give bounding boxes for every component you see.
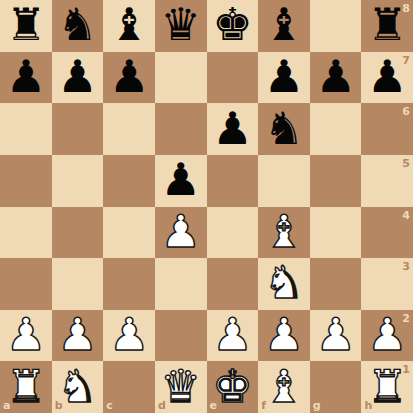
square-g6[interactable]	[310, 103, 362, 155]
piece-black-pawn-c7[interactable]: ♟	[109, 54, 149, 99]
piece-black-pawn-g7[interactable]: ♟	[315, 54, 355, 99]
piece-black-king-e8[interactable]: ♚	[212, 2, 252, 47]
square-h3[interactable]: 3	[361, 258, 413, 310]
square-c7[interactable]: ♟	[103, 52, 155, 104]
rank-label-6: 6	[402, 106, 410, 117]
square-h6[interactable]: 6	[361, 103, 413, 155]
square-b7[interactable]: ♟	[52, 52, 104, 104]
piece-black-pawn-f7[interactable]: ♟	[264, 54, 304, 99]
square-d4[interactable]: ♟	[155, 207, 207, 259]
square-a8[interactable]: ♜	[0, 0, 52, 52]
square-a5[interactable]	[0, 155, 52, 207]
square-d8[interactable]: ♛	[155, 0, 207, 52]
square-b1[interactable]: ♞b	[52, 361, 104, 413]
square-b3[interactable]	[52, 258, 104, 310]
piece-black-pawn-d5[interactable]: ♟	[161, 157, 201, 202]
square-b6[interactable]	[52, 103, 104, 155]
piece-white-king-e1[interactable]: ♚	[212, 364, 252, 409]
square-g2[interactable]: ♟	[310, 310, 362, 362]
piece-black-pawn-a7[interactable]: ♟	[6, 54, 46, 99]
square-f5[interactable]	[258, 155, 310, 207]
square-a3[interactable]	[0, 258, 52, 310]
piece-white-pawn-a2[interactable]: ♟	[6, 312, 46, 357]
piece-white-pawn-e2[interactable]: ♟	[212, 312, 252, 357]
square-g1[interactable]: g	[310, 361, 362, 413]
square-h2[interactable]: ♟2	[361, 310, 413, 362]
square-c2[interactable]: ♟	[103, 310, 155, 362]
square-e5[interactable]	[207, 155, 259, 207]
square-c6[interactable]	[103, 103, 155, 155]
square-a1[interactable]: ♜a	[0, 361, 52, 413]
piece-white-bishop-f1[interactable]: ♝	[264, 364, 304, 409]
square-g4[interactable]	[310, 207, 362, 259]
square-f1[interactable]: ♝f	[258, 361, 310, 413]
piece-white-rook-a1[interactable]: ♜	[6, 364, 46, 409]
piece-black-rook-h8[interactable]: ♜	[367, 2, 407, 47]
piece-black-knight-f6[interactable]: ♞	[264, 106, 304, 151]
square-d5[interactable]: ♟	[155, 155, 207, 207]
piece-black-pawn-b7[interactable]: ♟	[57, 54, 97, 99]
square-e4[interactable]	[207, 207, 259, 259]
square-g8[interactable]	[310, 0, 362, 52]
square-h1[interactable]: ♜1h	[361, 361, 413, 413]
square-h5[interactable]: 5	[361, 155, 413, 207]
square-f7[interactable]: ♟	[258, 52, 310, 104]
piece-white-pawn-f2[interactable]: ♟	[264, 312, 304, 357]
square-d6[interactable]	[155, 103, 207, 155]
square-g7[interactable]: ♟	[310, 52, 362, 104]
piece-black-queen-d8[interactable]: ♛	[161, 2, 201, 47]
square-f4[interactable]: ♝	[258, 207, 310, 259]
piece-black-pawn-h7[interactable]: ♟	[367, 54, 407, 99]
piece-white-pawn-b2[interactable]: ♟	[57, 312, 97, 357]
piece-white-pawn-g2[interactable]: ♟	[315, 312, 355, 357]
square-b4[interactable]	[52, 207, 104, 259]
piece-black-pawn-e6[interactable]: ♟	[212, 106, 252, 151]
square-d3[interactable]	[155, 258, 207, 310]
square-f6[interactable]: ♞	[258, 103, 310, 155]
piece-white-pawn-d4[interactable]: ♟	[161, 209, 201, 254]
square-h4[interactable]: 4	[361, 207, 413, 259]
square-a4[interactable]	[0, 207, 52, 259]
rank-label-4: 4	[402, 210, 410, 221]
piece-white-rook-h1[interactable]: ♜	[367, 364, 407, 409]
square-h8[interactable]: ♜8	[361, 0, 413, 52]
square-d7[interactable]	[155, 52, 207, 104]
piece-black-rook-a8[interactable]: ♜	[6, 2, 46, 47]
piece-white-queen-d1[interactable]: ♛	[161, 364, 201, 409]
square-e8[interactable]: ♚	[207, 0, 259, 52]
square-e1[interactable]: ♚e	[207, 361, 259, 413]
piece-black-bishop-f8[interactable]: ♝	[264, 2, 304, 47]
square-c5[interactable]	[103, 155, 155, 207]
square-g5[interactable]	[310, 155, 362, 207]
rank-label-5: 5	[402, 158, 410, 169]
square-f8[interactable]: ♝	[258, 0, 310, 52]
piece-white-bishop-f4[interactable]: ♝	[264, 209, 304, 254]
file-label-c: c	[106, 400, 113, 411]
square-a6[interactable]	[0, 103, 52, 155]
piece-black-knight-b8[interactable]: ♞	[57, 2, 97, 47]
square-d2[interactable]	[155, 310, 207, 362]
square-a7[interactable]: ♟	[0, 52, 52, 104]
square-e6[interactable]: ♟	[207, 103, 259, 155]
square-e3[interactable]	[207, 258, 259, 310]
square-f3[interactable]: ♞	[258, 258, 310, 310]
square-a2[interactable]: ♟	[0, 310, 52, 362]
piece-black-bishop-c8[interactable]: ♝	[109, 2, 149, 47]
square-b5[interactable]	[52, 155, 104, 207]
square-f2[interactable]: ♟	[258, 310, 310, 362]
square-g3[interactable]	[310, 258, 362, 310]
piece-white-knight-f3[interactable]: ♞	[264, 260, 304, 305]
square-c3[interactable]	[103, 258, 155, 310]
square-d1[interactable]: ♛d	[155, 361, 207, 413]
chess-board: ♜♞♝♛♚♝♜8♟♟♟♟♟♟7♟♞6♟5♟♝4♞3♟♟♟♟♟♟♟2♜a♞bc♛d…	[0, 0, 413, 413]
piece-white-knight-b1[interactable]: ♞	[57, 364, 97, 409]
square-e7[interactable]	[207, 52, 259, 104]
rank-label-3: 3	[402, 261, 410, 272]
piece-white-pawn-c2[interactable]: ♟	[109, 312, 149, 357]
square-b2[interactable]: ♟	[52, 310, 104, 362]
square-c8[interactable]: ♝	[103, 0, 155, 52]
square-b8[interactable]: ♞	[52, 0, 104, 52]
piece-white-pawn-h2[interactable]: ♟	[367, 312, 407, 357]
file-label-g: g	[313, 400, 321, 411]
square-c4[interactable]	[103, 207, 155, 259]
square-h7[interactable]: ♟7	[361, 52, 413, 104]
square-e2[interactable]: ♟	[207, 310, 259, 362]
square-c1[interactable]: c	[103, 361, 155, 413]
